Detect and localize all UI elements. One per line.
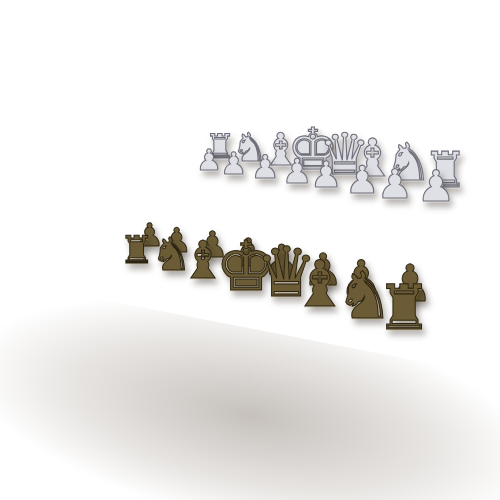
square-f4[interactable]: [210, 197, 251, 218]
square-d4[interactable]: [273, 207, 316, 230]
square-b4[interactable]: [344, 218, 389, 243]
chess-set-photo: Overhead-angle product photo of a walnut…: [0, 0, 500, 500]
square-h4[interactable]: [154, 188, 193, 207]
square-a4[interactable]: [383, 224, 430, 250]
square-e4[interactable]: [240, 202, 282, 224]
square-g4[interactable]: [181, 192, 221, 212]
